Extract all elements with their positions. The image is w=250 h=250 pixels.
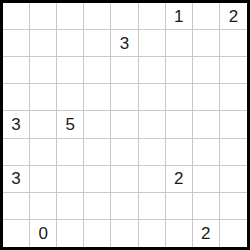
cell-r5-c6[interactable] bbox=[139, 111, 166, 138]
cell-r4-c6[interactable] bbox=[139, 84, 166, 111]
cell-r6-c7[interactable] bbox=[166, 139, 193, 166]
cell-r3-c4[interactable] bbox=[84, 57, 111, 84]
cell-r3-c9[interactable] bbox=[220, 57, 247, 84]
cell-r2-c8[interactable] bbox=[193, 30, 220, 57]
cell-r3-c3[interactable] bbox=[57, 57, 84, 84]
cell-r7-c6[interactable] bbox=[139, 166, 166, 193]
cell-r6-c6[interactable] bbox=[139, 139, 166, 166]
cell-r3-c8[interactable] bbox=[193, 57, 220, 84]
cell-r8-c3[interactable] bbox=[57, 193, 84, 220]
cell-r7-c7[interactable]: 2 bbox=[166, 166, 193, 193]
clue-number: 2 bbox=[201, 225, 210, 242]
cell-r1-c3[interactable] bbox=[57, 3, 84, 30]
cell-r3-c2[interactable] bbox=[30, 57, 57, 84]
cell-r2-c6[interactable] bbox=[139, 30, 166, 57]
cell-r2-c4[interactable] bbox=[84, 30, 111, 57]
cell-r7-c4[interactable] bbox=[84, 166, 111, 193]
clue-number: 5 bbox=[66, 116, 75, 133]
cell-r3-c7[interactable] bbox=[166, 57, 193, 84]
cell-r1-c7[interactable]: 1 bbox=[166, 3, 193, 30]
clue-number: 3 bbox=[11, 170, 20, 187]
cell-r4-c5[interactable] bbox=[111, 84, 138, 111]
cell-r4-c4[interactable] bbox=[84, 84, 111, 111]
cell-r2-c7[interactable] bbox=[166, 30, 193, 57]
cell-r4-c1[interactable] bbox=[3, 84, 30, 111]
cell-r4-c9[interactable] bbox=[220, 84, 247, 111]
cell-r2-c2[interactable] bbox=[30, 30, 57, 57]
clue-number: 3 bbox=[120, 35, 129, 52]
puzzle-board: 123353202 bbox=[0, 0, 250, 250]
cell-r7-c5[interactable] bbox=[111, 166, 138, 193]
cell-r4-c7[interactable] bbox=[166, 84, 193, 111]
cell-r1-c8[interactable] bbox=[193, 3, 220, 30]
clue-number: 2 bbox=[229, 8, 238, 25]
cell-r6-c1[interactable] bbox=[3, 139, 30, 166]
cell-r2-c5[interactable]: 3 bbox=[111, 30, 138, 57]
cell-r7-c9[interactable] bbox=[220, 166, 247, 193]
cell-r9-c6[interactable] bbox=[139, 220, 166, 247]
cell-r8-c4[interactable] bbox=[84, 193, 111, 220]
cell-r9-c4[interactable] bbox=[84, 220, 111, 247]
cell-r6-c3[interactable] bbox=[57, 139, 84, 166]
cell-r5-c4[interactable] bbox=[84, 111, 111, 138]
cell-r9-c3[interactable] bbox=[57, 220, 84, 247]
cell-r1-c6[interactable] bbox=[139, 3, 166, 30]
cell-r5-c1[interactable]: 3 bbox=[3, 111, 30, 138]
cell-r3-c1[interactable] bbox=[3, 57, 30, 84]
cell-r5-c7[interactable] bbox=[166, 111, 193, 138]
cell-r3-c5[interactable] bbox=[111, 57, 138, 84]
cell-r9-c8[interactable]: 2 bbox=[193, 220, 220, 247]
cell-r2-c9[interactable] bbox=[220, 30, 247, 57]
clue-number: 0 bbox=[38, 225, 47, 242]
cell-r2-c1[interactable] bbox=[3, 30, 30, 57]
cell-r7-c3[interactable] bbox=[57, 166, 84, 193]
cell-r7-c2[interactable] bbox=[30, 166, 57, 193]
clue-number: 2 bbox=[174, 170, 183, 187]
cell-r5-c2[interactable] bbox=[30, 111, 57, 138]
cell-r8-c2[interactable] bbox=[30, 193, 57, 220]
cell-r5-c8[interactable] bbox=[193, 111, 220, 138]
cell-r8-c8[interactable] bbox=[193, 193, 220, 220]
cell-r3-c6[interactable] bbox=[139, 57, 166, 84]
cell-r8-c6[interactable] bbox=[139, 193, 166, 220]
cell-r8-c9[interactable] bbox=[220, 193, 247, 220]
cell-r1-c4[interactable] bbox=[84, 3, 111, 30]
cell-r6-c8[interactable] bbox=[193, 139, 220, 166]
cell-r5-c3[interactable]: 5 bbox=[57, 111, 84, 138]
cell-r8-c7[interactable] bbox=[166, 193, 193, 220]
cell-r9-c7[interactable] bbox=[166, 220, 193, 247]
cell-r5-c5[interactable] bbox=[111, 111, 138, 138]
cell-r6-c4[interactable] bbox=[84, 139, 111, 166]
cell-r9-c1[interactable] bbox=[3, 220, 30, 247]
cell-r4-c3[interactable] bbox=[57, 84, 84, 111]
cell-r1-c5[interactable] bbox=[111, 3, 138, 30]
cell-r4-c2[interactable] bbox=[30, 84, 57, 111]
cell-r1-c2[interactable] bbox=[30, 3, 57, 30]
cell-r1-c1[interactable] bbox=[3, 3, 30, 30]
cell-r8-c5[interactable] bbox=[111, 193, 138, 220]
cell-r9-c9[interactable] bbox=[220, 220, 247, 247]
cell-r1-c9[interactable]: 2 bbox=[220, 3, 247, 30]
clue-number: 3 bbox=[11, 116, 20, 133]
cell-r6-c2[interactable] bbox=[30, 139, 57, 166]
cell-r5-c9[interactable] bbox=[220, 111, 247, 138]
cell-r9-c2[interactable]: 0 bbox=[30, 220, 57, 247]
cell-r2-c3[interactable] bbox=[57, 30, 84, 57]
cell-r7-c8[interactable] bbox=[193, 166, 220, 193]
cell-r6-c9[interactable] bbox=[220, 139, 247, 166]
cell-r9-c5[interactable] bbox=[111, 220, 138, 247]
cell-r6-c5[interactable] bbox=[111, 139, 138, 166]
cell-r8-c1[interactable] bbox=[3, 193, 30, 220]
cell-r7-c1[interactable]: 3 bbox=[3, 166, 30, 193]
cell-r4-c8[interactable] bbox=[193, 84, 220, 111]
clue-number: 1 bbox=[174, 8, 183, 25]
